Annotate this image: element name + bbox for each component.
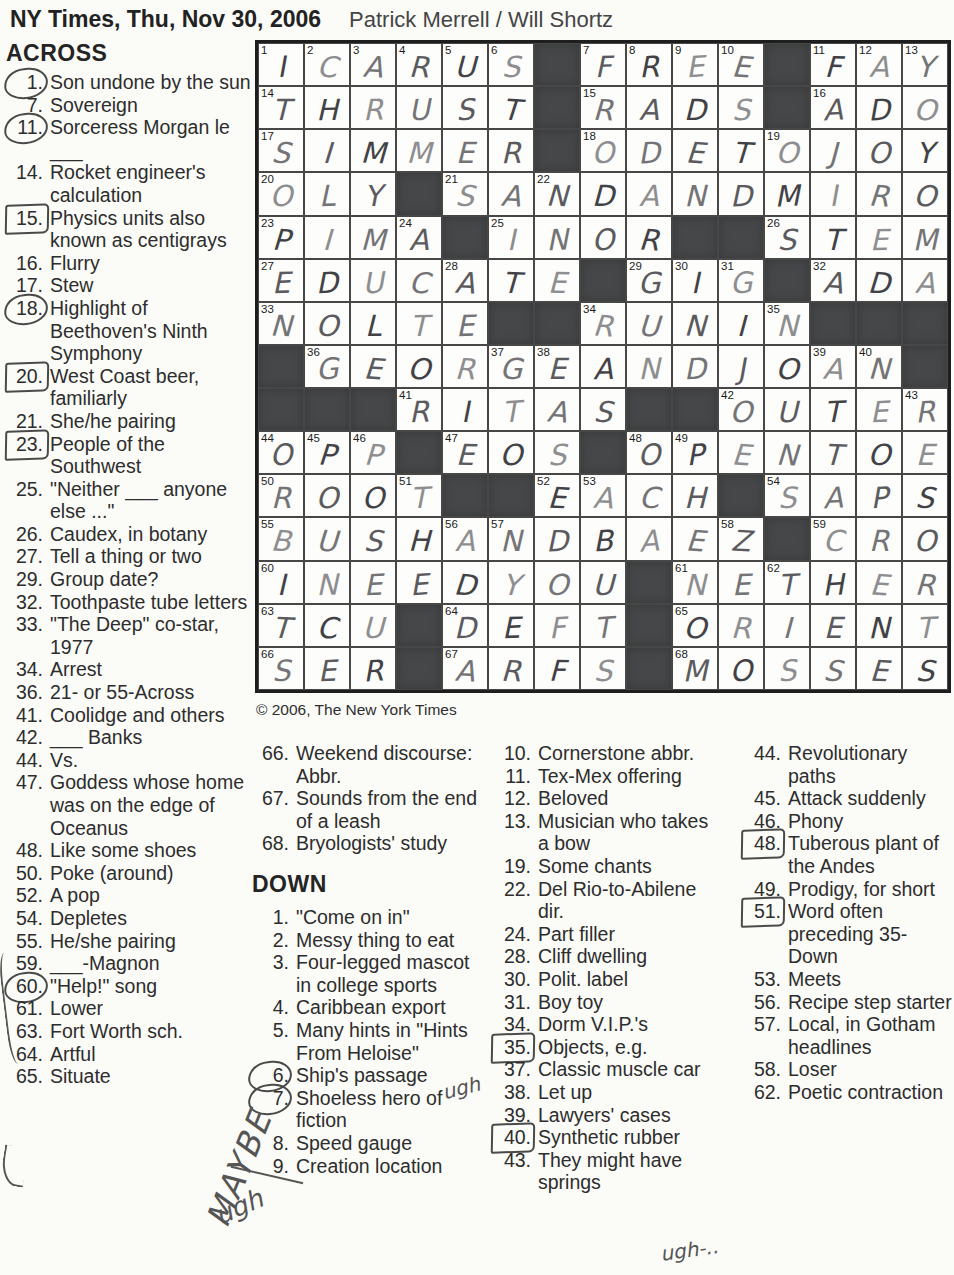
clue-number-marked: 11.: [6, 116, 50, 161]
cell-number: 3: [353, 44, 359, 57]
clue-48: 48.Tuberous plant of the Andes: [742, 832, 952, 877]
cell-number: 4: [399, 44, 405, 57]
black-square: [718, 474, 764, 517]
clue-4: 4.Caribbean export: [250, 996, 487, 1019]
handwritten-letter: N: [857, 610, 902, 645]
handwritten-letter: T: [810, 437, 855, 473]
clue-50: 50.Poke (around): [6, 862, 252, 885]
copyright: © 2006, The New York Times: [256, 701, 457, 719]
grid-cell: T: [396, 302, 442, 345]
cell-number: 5: [445, 44, 451, 57]
black-square: [534, 302, 580, 345]
grid-cell: A: [488, 172, 534, 215]
cell-number: 42: [721, 389, 734, 402]
clue-number: 56.: [742, 991, 788, 1014]
clue-text: Weekend discourse: Abbr.: [296, 742, 487, 787]
clue-text: Physics units also known as centigrays: [50, 207, 252, 252]
grid-cell: N: [304, 561, 350, 604]
grid-cell: D: [580, 172, 626, 215]
handwritten-letter: E: [903, 438, 947, 472]
grid-cell: 45P: [304, 431, 350, 474]
handwritten-letter: O: [580, 221, 626, 258]
grid-cell: 52E: [534, 474, 580, 517]
black-square: [488, 474, 534, 517]
grid-cell: O: [856, 129, 902, 172]
grid-cell: 17S: [258, 129, 304, 172]
clue-3: 3.Four-legged mascot in college sports: [250, 951, 487, 996]
handwritten-letter: A: [902, 265, 947, 301]
handwritten-letter: D: [626, 135, 672, 172]
handwritten-letter: S: [442, 92, 488, 129]
black-square: [304, 388, 350, 431]
clue-number-marked: 20.: [6, 365, 50, 410]
cell-number: 37: [491, 346, 504, 359]
clue-text: People of the Southwest: [50, 433, 252, 478]
cell-number: 43: [905, 389, 918, 402]
clue-text: Prodigy, for short: [788, 878, 952, 901]
handwritten-letter: A: [627, 93, 672, 128]
grid-cell: F: [534, 647, 580, 690]
handwritten-letter: H: [673, 481, 717, 515]
black-square: [350, 388, 396, 431]
grid-cell: 35N: [764, 302, 810, 345]
cell-number: 7: [583, 44, 589, 57]
grid-cell: 15R: [580, 86, 626, 129]
black-square: [580, 259, 626, 302]
handwritten-letter: C: [396, 264, 442, 301]
clue-text: Loser: [788, 1058, 952, 1081]
handwritten-letter: D: [442, 566, 488, 603]
clue-text: Rocket engineer's calculation: [50, 161, 252, 206]
handwritten-letter: N: [626, 351, 671, 387]
clue-text: "Help!" song: [50, 975, 252, 998]
handwritten-letter: O: [305, 308, 350, 343]
cell-number: 63: [261, 605, 274, 618]
clue-10: 10.Cornerstone abbr.: [492, 742, 718, 765]
grid-cell: H: [810, 561, 856, 604]
cell-number: 25: [491, 217, 504, 230]
handwritten-letter: R: [902, 566, 948, 602]
grid-cell: O: [350, 474, 396, 517]
clue-number-marked: 35.: [492, 1036, 538, 1059]
handwritten-letter: E: [535, 265, 580, 300]
clue-number: 44.: [6, 749, 50, 772]
grid-cell: 33N: [258, 302, 304, 345]
cell-number: 16: [813, 87, 826, 100]
grid-cell: 59C: [810, 517, 856, 560]
grid-cell: 55B: [258, 517, 304, 560]
clue-number-marked: 40.: [492, 1126, 538, 1149]
handwritten-letter: E: [718, 437, 764, 474]
handwritten-letter: E: [856, 653, 902, 689]
grid-cell: R: [902, 561, 948, 604]
handwritten-letter: O: [718, 653, 764, 689]
grid-cell: M: [350, 129, 396, 172]
clue-text: Boy toy: [538, 991, 718, 1014]
black-square: [534, 43, 580, 86]
handwritten-letter: R: [488, 653, 533, 689]
grid-cell: 56A: [442, 517, 488, 560]
clue-57: 57.Local, in Gotham headlines: [742, 1013, 952, 1058]
crossword-grid: 1I2C3A4R5U6S7F8R9E10E11F12A13Y14THRUST15…: [255, 40, 951, 693]
black-square: [764, 43, 810, 86]
handwritten-letter: T: [488, 394, 534, 431]
clue-text: Revolutionary paths: [788, 742, 952, 787]
grid-cell: N: [764, 431, 810, 474]
grid-cell: I: [304, 216, 350, 259]
grid-cell: O: [902, 517, 948, 560]
grid-cell: O: [764, 345, 810, 388]
cell-number: 53: [583, 475, 596, 488]
grid-cell: Y: [902, 129, 948, 172]
clue-text: Synthetic rubber: [538, 1126, 718, 1149]
grid-cell: 61N: [672, 561, 718, 604]
grid-cell: 6S: [488, 43, 534, 86]
cell-number: 13: [905, 44, 918, 57]
clue-52: 52.A pop: [6, 884, 252, 907]
grid-cell: 25I: [488, 216, 534, 259]
across-clue-list-continued: 66.Weekend discourse: Abbr.67.Sounds fro…: [250, 742, 487, 855]
grid-cell: R: [856, 517, 902, 560]
clue-number: 29.: [6, 568, 50, 591]
cell-number: 22: [537, 173, 550, 186]
cell-number: 60: [261, 562, 274, 575]
grid-cell: A: [534, 388, 580, 431]
grid-cell: 42O: [718, 388, 764, 431]
grid-cell: U: [396, 86, 442, 129]
grid-cell: R: [488, 129, 534, 172]
handwritten-letter: J: [718, 350, 764, 387]
cell-number: 52: [537, 475, 550, 488]
handwritten-letter: U: [304, 523, 350, 559]
clue-number-marked: 51.: [742, 900, 788, 968]
clue-54: 54.Depletes: [6, 907, 252, 930]
grid-cell: 11F: [810, 43, 856, 86]
grid-cell: R: [350, 647, 396, 690]
clue-text: Tell a thing or two: [50, 545, 252, 568]
clue-number: 16.: [6, 252, 50, 275]
cell-number: 32: [813, 260, 826, 273]
handwritten-letter: E: [856, 566, 902, 603]
puzzle-byline: Patrick Merrell / Will Shortz: [349, 7, 613, 32]
grid-cell: D: [442, 561, 488, 604]
clue-number: 66.: [250, 742, 296, 787]
clue-number: 38.: [492, 1081, 538, 1104]
clue-number-marked: 15.: [6, 207, 50, 252]
grid-cell: N: [856, 604, 902, 647]
clue-64: 64.Artful: [6, 1043, 252, 1066]
handwritten-letter: N: [673, 179, 718, 214]
clue-number-marked: 1.: [6, 71, 50, 94]
clue-text: Stew: [50, 274, 252, 297]
grid-cell: O: [580, 216, 626, 259]
grid-cell: E: [672, 517, 718, 560]
clue-text: Lower: [50, 997, 252, 1020]
handwritten-letter: N: [764, 437, 810, 473]
grid-cell: R: [442, 345, 488, 388]
clue-55: 55.He/she pairing: [6, 930, 252, 953]
clue-number-marked: 18.: [6, 297, 50, 365]
clue-number: 42.: [6, 726, 50, 749]
clue-number: 36.: [6, 681, 50, 704]
grid-cell: D: [672, 86, 718, 129]
clue-25: 25."Neither ___ anyone else ...": [6, 478, 252, 523]
cell-number: 48: [629, 432, 642, 445]
grid-cell: 54S: [764, 474, 810, 517]
handwritten-letter: O: [350, 481, 395, 517]
cell-number: 17: [261, 130, 274, 143]
grid-cell: M: [350, 216, 396, 259]
clue-11: 11.Sorceress Morgan le ___: [6, 116, 252, 161]
handwritten-letter: D: [304, 265, 350, 301]
handwritten-letter: O: [489, 438, 533, 472]
cell-number: 44: [261, 432, 274, 445]
handwritten-letter: E: [350, 350, 396, 387]
clue-66: 66.Weekend discourse: Abbr.: [250, 742, 487, 787]
grid-cell: T: [810, 388, 856, 431]
handwritten-letter: Y: [488, 566, 534, 602]
clue-text: Artful: [50, 1043, 252, 1066]
grid-cell: 30I: [672, 259, 718, 302]
handwritten-letter: R: [350, 652, 396, 689]
clue-number: 26.: [6, 523, 50, 546]
clue-text: Highlight of Beethoven's Ninth Symphony: [50, 297, 252, 365]
handwritten-letter: F: [534, 610, 580, 646]
handwritten-letter: S: [764, 652, 810, 689]
handwritten-letter: I: [765, 610, 810, 645]
clue-text: Meets: [788, 968, 952, 991]
handwritten-letter: E: [443, 136, 487, 170]
clue-47: 47.Goddess whose home was on the edge of…: [6, 771, 252, 839]
clue-number: 10.: [492, 742, 538, 765]
handwritten-letter: T: [810, 394, 855, 430]
clue-19: 19.Some chants: [492, 855, 718, 878]
handwritten-letter: E: [718, 567, 763, 603]
grid-cell: 32A: [810, 259, 856, 302]
handwritten-letter: L: [304, 179, 349, 215]
grid-cell: 58Z: [718, 517, 764, 560]
clue-number: 50.: [6, 862, 50, 885]
cell-number: 10: [721, 44, 734, 57]
clue-text: A pop: [50, 884, 252, 907]
grid-cell: 31G: [718, 259, 764, 302]
handwritten-letter: I: [304, 135, 350, 171]
clue-65: 65.Situate: [6, 1065, 252, 1088]
clue-16: 16.Flurry: [6, 252, 252, 275]
handwritten-letter: T: [488, 92, 534, 129]
clue-text: Cornerstone abbr.: [538, 742, 718, 765]
clue-number: 47.: [6, 771, 50, 839]
grid-cell: T: [810, 431, 856, 474]
clue-number: 62.: [742, 1081, 788, 1104]
handwritten-letter: Y: [350, 178, 396, 214]
cell-number: 34: [583, 303, 596, 316]
grid-cell: T: [810, 216, 856, 259]
clue-60: 60."Help!" song: [6, 975, 252, 998]
clue-22: 22.Del Rio-to-Abilene dir.: [492, 878, 718, 923]
grid-cell: 14T: [258, 86, 304, 129]
clue-36: 36.21- or 55-Across: [6, 681, 252, 704]
clue-text: Objects, e.g.: [538, 1036, 718, 1059]
cell-number: 30: [675, 260, 688, 273]
clue-9: 9.Creation location: [250, 1155, 487, 1178]
grid-cell: H: [672, 474, 718, 517]
clue-48: 48.Like some shoes: [6, 839, 252, 862]
clue-number: 19.: [492, 855, 538, 878]
black-square: [442, 216, 488, 259]
grid-cell: 18O: [580, 129, 626, 172]
grid-cell: E: [856, 561, 902, 604]
black-square: [764, 259, 810, 302]
clue-15: 15.Physics units also known as centigray…: [6, 207, 252, 252]
grid-cell: A: [626, 172, 672, 215]
handwritten-letter: O: [903, 524, 948, 559]
grid-cell: O: [902, 86, 948, 129]
clue-20: 20.West Coast beer, familiarly: [6, 365, 252, 410]
clue-number: 22.: [492, 878, 538, 923]
clue-text: Vs.: [50, 749, 252, 772]
handwritten-letter: I: [719, 308, 764, 343]
grid-cell: A: [902, 259, 948, 302]
grid-cell: 26S: [764, 216, 810, 259]
grid-cell: D: [304, 259, 350, 302]
cell-number: 45: [307, 432, 320, 445]
down-clue-list-1: 1."Come on in"2.Messy thing to eat3.Four…: [250, 906, 487, 1177]
clue-51: 51.Word often preceding 35-Down: [742, 900, 952, 968]
grid-cell: O: [396, 345, 442, 388]
grid-cell: 51T: [396, 474, 442, 517]
grid-cell: 4R: [396, 43, 442, 86]
puzzle-title: NY Times, Thu, Nov 30, 2006: [10, 6, 321, 32]
clue-text: Del Rio-to-Abilene dir.: [538, 878, 718, 923]
grid-cell: E: [350, 561, 396, 604]
black-square: [396, 172, 442, 215]
clue-56: 56.Recipe step starter: [742, 991, 952, 1014]
grid-cell: D: [856, 259, 902, 302]
clue-number: 12.: [492, 787, 538, 810]
grid-cell: I: [442, 388, 488, 431]
handwritten-letter: O: [857, 136, 901, 170]
cell-number: 55: [261, 518, 274, 531]
grid-cell: 16A: [810, 86, 856, 129]
grid-cell: S: [534, 431, 580, 474]
clue-text: Classic muscle car: [538, 1058, 718, 1081]
cell-number: 6: [491, 44, 497, 57]
grid-cell: 23P: [258, 216, 304, 259]
grid-cell: 13Y: [902, 43, 948, 86]
grid-cell: 37G: [488, 345, 534, 388]
grid-cell: 49P: [672, 431, 718, 474]
cell-number: 1: [261, 44, 267, 57]
grid-cell: U: [304, 517, 350, 560]
clue-37: 37.Classic muscle car: [492, 1058, 718, 1081]
clue-1: 1.Son undone by the sun: [6, 71, 252, 94]
cell-number: 19: [767, 130, 780, 143]
grid-cell: C: [304, 604, 350, 647]
clue-number: 48.: [6, 839, 50, 862]
handwritten-letter: S: [902, 480, 948, 517]
clue-28: 28.Cliff dwelling: [492, 945, 718, 968]
clue-text: Attack suddenly: [788, 787, 952, 810]
black-square: [902, 345, 948, 388]
grid-cell: E: [856, 388, 902, 431]
clue-text: Word often preceding 35-Down: [788, 900, 952, 968]
grid-cell: A: [580, 345, 626, 388]
handwritten-letter: D: [581, 179, 626, 214]
handwritten-letter: I: [810, 178, 856, 215]
handwritten-letter: T: [580, 609, 626, 646]
cell-number: 40: [859, 346, 872, 359]
clue-12: 12.Beloved: [492, 787, 718, 810]
clue-text: Like some shoes: [50, 839, 252, 862]
clue-text: Fort Worth sch.: [50, 1020, 252, 1043]
grid-cell: L: [304, 172, 350, 215]
clue-45: 45.Attack suddenly: [742, 787, 952, 810]
handwritten-letter: E: [350, 566, 396, 602]
handwritten-letter: N: [672, 308, 717, 344]
handwritten-letter: M: [764, 178, 810, 214]
handwritten-letter: A: [534, 394, 580, 431]
cell-number: 38: [537, 346, 550, 359]
clue-text: Lawyers' cases: [538, 1104, 718, 1127]
grid-cell: H: [396, 517, 442, 560]
handwritten-letter: D: [718, 179, 763, 215]
cell-number: 59: [813, 518, 826, 531]
cell-number: 27: [261, 260, 274, 273]
grid-cell: U: [350, 259, 396, 302]
grid-cell: 28A: [442, 259, 488, 302]
clue-number: 45.: [742, 787, 788, 810]
handwritten-letter: E: [396, 566, 442, 603]
clue-number-marked: 23.: [6, 433, 50, 478]
bottom-column-2: 10.Cornerstone abbr.11.Tex-Mex offering1…: [492, 742, 718, 1194]
clue-text: Dorm V.I.P.'s: [538, 1013, 718, 1036]
clue-number: 27.: [6, 545, 50, 568]
grid-cell: 21S: [442, 172, 488, 215]
clue-text: "Come on in": [296, 906, 487, 929]
clue-text: Sorceress Morgan le ___: [50, 116, 252, 161]
clue-59: 59.___-Magnon: [6, 952, 252, 975]
cell-number: 39: [813, 346, 826, 359]
handwritten-letter: F: [535, 653, 580, 688]
handwritten-letter: C: [304, 610, 349, 646]
handwritten-letter: S: [719, 93, 764, 128]
black-square: [626, 647, 672, 690]
grid-cell: J: [718, 345, 764, 388]
cell-number: 57: [491, 518, 504, 531]
handwritten-letter: R: [350, 92, 395, 128]
cell-number: 12: [859, 44, 872, 57]
clue-number: 44.: [742, 742, 788, 787]
grid-cell: J: [810, 129, 856, 172]
black-square: [396, 431, 442, 474]
cell-number: 26: [767, 217, 780, 230]
clue-63: 63.Fort Worth sch.: [6, 1020, 252, 1043]
clue-text: "The Deep" co-star, 1977: [50, 613, 252, 658]
grid-cell: 8R: [626, 43, 672, 86]
cell-number: 33: [261, 303, 274, 316]
grid-cell: 63T: [258, 604, 304, 647]
grid-cell: A: [626, 86, 672, 129]
cell-number: 66: [261, 648, 274, 661]
handwritten-letter: D: [672, 351, 718, 387]
clue-number: 37.: [492, 1058, 538, 1081]
black-square: [672, 216, 718, 259]
handwritten-letter: L: [351, 309, 395, 343]
clue-number: 24.: [492, 923, 538, 946]
clue-32: 32.Toothpaste tube letters: [6, 591, 252, 614]
handwritten-letter: D: [856, 265, 902, 301]
